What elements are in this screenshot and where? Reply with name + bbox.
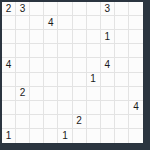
cell-r5c6[interactable] [73,58,87,72]
cell-r1c6[interactable] [73,2,87,16]
cell-r5c5[interactable] [58,58,72,72]
clue-number: 2 [20,88,26,98]
cell-r3c1[interactable] [2,30,16,44]
cell-r10c3[interactable] [30,129,44,143]
cell-r10c7[interactable] [87,129,101,143]
cell-r4c7[interactable] [87,44,101,58]
cell-r9c9[interactable] [115,115,129,129]
cell-r7c4[interactable] [44,87,58,101]
cell-r7c9[interactable] [115,87,129,101]
cell-r3c5[interactable] [58,30,72,44]
cell-r7c10[interactable] [129,87,143,101]
cell-r2c1[interactable] [2,16,16,30]
page-background: 2334144124211 [0,0,150,150]
cell-r1c5[interactable] [58,2,72,16]
puzzle-board: 2334144124211 [0,0,145,145]
clue-number: 1 [90,74,96,84]
cell-r1c10[interactable] [129,2,143,16]
cell-r8c7[interactable] [87,101,101,115]
clue-number: 4 [133,102,139,112]
cell-r7c1[interactable] [2,87,16,101]
cell-r7c2: 2 [16,87,30,101]
cell-r10c5: 1 [58,129,72,143]
cell-r4c1[interactable] [2,44,16,58]
cell-r10c8[interactable] [101,129,115,143]
cell-r8c1[interactable] [2,101,16,115]
cell-r2c6[interactable] [73,16,87,30]
cell-r9c1[interactable] [2,115,16,129]
cell-r4c2[interactable] [16,44,30,58]
cell-r8c8[interactable] [101,101,115,115]
cell-r9c3[interactable] [30,115,44,129]
cell-r2c7[interactable] [87,16,101,30]
cell-r9c6: 2 [73,115,87,129]
cell-r6c3[interactable] [30,73,44,87]
cell-r9c8[interactable] [101,115,115,129]
cell-r3c4[interactable] [44,30,58,44]
cell-r2c4: 4 [44,16,58,30]
cell-r5c1: 4 [2,58,16,72]
cell-r9c4[interactable] [44,115,58,129]
cell-r7c6[interactable] [73,87,87,101]
clue-number: 4 [6,59,12,69]
cell-r4c4[interactable] [44,44,58,58]
cell-r3c3[interactable] [30,30,44,44]
clue-number: 4 [48,17,54,27]
cell-r5c3[interactable] [30,58,44,72]
cell-r5c7[interactable] [87,58,101,72]
cell-r2c9[interactable] [115,16,129,30]
cell-r5c4[interactable] [44,58,58,72]
cell-r7c5[interactable] [58,87,72,101]
cell-r7c8[interactable] [101,87,115,101]
cell-r2c8[interactable] [101,16,115,30]
cell-r5c9[interactable] [115,58,129,72]
cell-r1c3[interactable] [30,2,44,16]
cell-r1c1: 2 [2,2,16,16]
clue-number: 1 [104,31,110,41]
cell-r1c9[interactable] [115,2,129,16]
cell-r2c2[interactable] [16,16,30,30]
cell-r8c10: 4 [129,101,143,115]
cell-r10c10[interactable] [129,129,143,143]
cell-r5c8: 4 [101,58,115,72]
cell-r6c6[interactable] [73,73,87,87]
cell-r7c3[interactable] [30,87,44,101]
cell-r10c4[interactable] [44,129,58,143]
cell-r9c2[interactable] [16,115,30,129]
cell-r4c8[interactable] [101,44,115,58]
cell-r10c1: 1 [2,129,16,143]
cell-r2c3[interactable] [30,16,44,30]
cell-r6c1[interactable] [2,73,16,87]
cell-r7c7[interactable] [87,87,101,101]
cell-r4c3[interactable] [30,44,44,58]
cell-r6c10[interactable] [129,73,143,87]
cell-r4c6[interactable] [73,44,87,58]
cell-r5c10[interactable] [129,58,143,72]
cell-r8c5[interactable] [58,101,72,115]
clue-number: 1 [62,130,68,140]
cell-r3c6[interactable] [73,30,87,44]
cell-r3c9[interactable] [115,30,129,44]
clue-number: 2 [6,3,12,13]
cell-r4c9[interactable] [115,44,129,58]
cell-r2c10[interactable] [129,16,143,30]
cell-r9c10[interactable] [129,115,143,129]
cell-r6c9[interactable] [115,73,129,87]
cell-r9c5[interactable] [58,115,72,129]
cell-r8c4[interactable] [44,101,58,115]
cell-r10c2[interactable] [16,129,30,143]
cell-r3c8: 1 [101,30,115,44]
cell-r1c8: 3 [101,2,115,16]
cell-r4c5[interactable] [58,44,72,58]
clue-number: 1 [6,130,12,140]
cell-r6c4[interactable] [44,73,58,87]
clue-number: 3 [104,3,110,13]
clue-number: 3 [20,3,26,13]
cell-r2c5[interactable] [58,16,72,30]
cell-r9c7[interactable] [87,115,101,129]
cell-r8c3[interactable] [30,101,44,115]
cell-r6c8[interactable] [101,73,115,87]
cell-r1c4[interactable] [44,2,58,16]
cell-r3c10[interactable] [129,30,143,44]
cell-r8c2[interactable] [16,101,30,115]
cell-r8c6[interactable] [73,101,87,115]
cell-r5c2[interactable] [16,58,30,72]
cell-r10c9[interactable] [115,129,129,143]
cell-r8c9[interactable] [115,101,129,115]
cell-r1c2: 3 [16,2,30,16]
cell-r6c2[interactable] [16,73,30,87]
cell-r3c2[interactable] [16,30,30,44]
cell-r3c7[interactable] [87,30,101,44]
cell-r6c5[interactable] [58,73,72,87]
clue-number: 4 [104,59,110,69]
cell-r1c7[interactable] [87,2,101,16]
clue-number: 2 [76,116,82,126]
cell-r4c10[interactable] [129,44,143,58]
cell-r10c6[interactable] [73,129,87,143]
cell-r6c7: 1 [87,73,101,87]
